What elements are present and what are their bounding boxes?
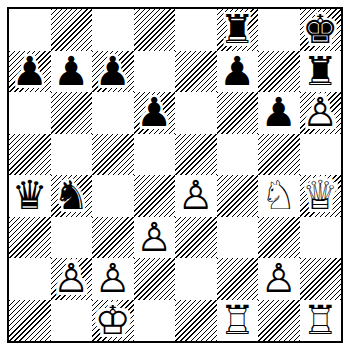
- piece-solid-layer: ♚: [300, 9, 342, 51]
- square-e6[interactable]: [175, 92, 217, 134]
- square-a2[interactable]: [9, 258, 51, 300]
- piece-solid-layer: ♟: [92, 51, 134, 93]
- square-b2[interactable]: ♟♙: [51, 258, 93, 300]
- piece-outline-layer: ♖: [217, 300, 259, 342]
- square-h8[interactable]: ♚: [300, 9, 342, 51]
- square-a3[interactable]: [9, 217, 51, 259]
- square-c6[interactable]: [92, 92, 134, 134]
- black-rook-icon: ♜: [300, 51, 342, 93]
- square-e4[interactable]: ♟♙: [175, 175, 217, 217]
- square-f6[interactable]: [217, 92, 259, 134]
- square-b1[interactable]: [51, 300, 93, 342]
- piece-outline-layer: ♕: [300, 175, 342, 217]
- square-f2[interactable]: [217, 258, 259, 300]
- white-pawn-icon: ♟♙: [258, 258, 300, 300]
- black-knight-icon: ♞: [51, 175, 93, 217]
- square-b5[interactable]: [51, 134, 93, 176]
- square-g2[interactable]: ♟♙: [258, 258, 300, 300]
- black-pawn-icon: ♟: [92, 51, 134, 93]
- white-knight-icon: ♞♘: [258, 175, 300, 217]
- white-pawn-icon: ♟♙: [51, 258, 93, 300]
- square-f3[interactable]: [217, 217, 259, 259]
- white-queen-icon: ♛♕: [300, 175, 342, 217]
- square-h1[interactable]: ♜♖: [300, 300, 342, 342]
- square-d4[interactable]: [134, 175, 176, 217]
- square-d6[interactable]: ♟: [134, 92, 176, 134]
- square-b6[interactable]: [51, 92, 93, 134]
- square-b7[interactable]: ♟: [51, 51, 93, 93]
- piece-solid-layer: ♟: [258, 92, 300, 134]
- square-c5[interactable]: [92, 134, 134, 176]
- square-g5[interactable]: [258, 134, 300, 176]
- black-pawn-icon: ♟: [9, 51, 51, 93]
- piece-solid-layer: ♟: [217, 51, 259, 93]
- square-e5[interactable]: [175, 134, 217, 176]
- square-a8[interactable]: [9, 9, 51, 51]
- piece-outline-layer: ♙: [92, 258, 134, 300]
- square-d7[interactable]: [134, 51, 176, 93]
- square-a6[interactable]: [9, 92, 51, 134]
- square-g6[interactable]: ♟: [258, 92, 300, 134]
- square-d5[interactable]: [134, 134, 176, 176]
- black-rook-icon: ♜: [217, 9, 259, 51]
- piece-solid-layer: ♟: [51, 51, 93, 93]
- white-pawn-icon: ♟♙: [175, 175, 217, 217]
- square-d8[interactable]: [134, 9, 176, 51]
- square-a5[interactable]: [9, 134, 51, 176]
- piece-outline-layer: ♙: [300, 92, 342, 134]
- piece-solid-layer: ♞: [51, 175, 93, 217]
- piece-outline-layer: ♙: [175, 175, 217, 217]
- chess-diagram-page: ♜♚♟♟♟♟♜♟♟♟♙♛♞♟♙♞♘♛♕♟♙♟♙♟♙♟♙♚♔♜♖♜♖: [0, 0, 350, 350]
- white-pawn-icon: ♟♙: [134, 217, 176, 259]
- square-f7[interactable]: ♟: [217, 51, 259, 93]
- black-pawn-icon: ♟: [217, 51, 259, 93]
- square-f1[interactable]: ♜♖: [217, 300, 259, 342]
- square-c4[interactable]: [92, 175, 134, 217]
- piece-solid-layer: ♜: [217, 9, 259, 51]
- square-h4[interactable]: ♛♕: [300, 175, 342, 217]
- board-frame: ♜♚♟♟♟♟♜♟♟♟♙♛♞♟♙♞♘♛♕♟♙♟♙♟♙♟♙♚♔♜♖♜♖: [7, 7, 343, 343]
- piece-outline-layer: ♙: [134, 217, 176, 259]
- square-g3[interactable]: [258, 217, 300, 259]
- square-b4[interactable]: ♞: [51, 175, 93, 217]
- piece-outline-layer: ♔: [92, 300, 134, 342]
- square-e1[interactable]: [175, 300, 217, 342]
- square-f5[interactable]: [217, 134, 259, 176]
- square-a7[interactable]: ♟: [9, 51, 51, 93]
- square-c2[interactable]: ♟♙: [92, 258, 134, 300]
- square-f4[interactable]: [217, 175, 259, 217]
- white-king-icon: ♚♔: [92, 300, 134, 342]
- piece-outline-layer: ♙: [51, 258, 93, 300]
- square-g1[interactable]: [258, 300, 300, 342]
- square-g4[interactable]: ♞♘: [258, 175, 300, 217]
- piece-solid-layer: ♟: [9, 51, 51, 93]
- square-e2[interactable]: [175, 258, 217, 300]
- piece-solid-layer: ♛: [9, 175, 51, 217]
- black-queen-icon: ♛: [9, 175, 51, 217]
- square-h5[interactable]: [300, 134, 342, 176]
- square-c7[interactable]: ♟: [92, 51, 134, 93]
- black-king-icon: ♚: [300, 9, 342, 51]
- piece-solid-layer: ♜: [300, 51, 342, 93]
- square-c1[interactable]: ♚♔: [92, 300, 134, 342]
- white-pawn-icon: ♟♙: [300, 92, 342, 134]
- square-h2[interactable]: [300, 258, 342, 300]
- square-a4[interactable]: ♛: [9, 175, 51, 217]
- square-g7[interactable]: [258, 51, 300, 93]
- piece-outline-layer: ♘: [258, 175, 300, 217]
- square-c8[interactable]: [92, 9, 134, 51]
- square-e8[interactable]: [175, 9, 217, 51]
- square-g8[interactable]: [258, 9, 300, 51]
- square-c3[interactable]: [92, 217, 134, 259]
- square-e3[interactable]: [175, 217, 217, 259]
- black-pawn-icon: ♟: [51, 51, 93, 93]
- black-pawn-icon: ♟: [134, 92, 176, 134]
- square-h6[interactable]: ♟♙: [300, 92, 342, 134]
- white-rook-icon: ♜♖: [217, 300, 259, 342]
- piece-outline-layer: ♖: [300, 300, 342, 342]
- piece-solid-layer: ♟: [134, 92, 176, 134]
- piece-outline-layer: ♙: [258, 258, 300, 300]
- square-d2[interactable]: [134, 258, 176, 300]
- chess-board: ♜♚♟♟♟♟♜♟♟♟♙♛♞♟♙♞♘♛♕♟♙♟♙♟♙♟♙♚♔♜♖♜♖: [9, 9, 341, 341]
- square-b8[interactable]: [51, 9, 93, 51]
- square-f8[interactable]: ♜: [217, 9, 259, 51]
- square-h3[interactable]: [300, 217, 342, 259]
- square-a1[interactable]: [9, 300, 51, 342]
- square-e7[interactable]: [175, 51, 217, 93]
- square-d1[interactable]: [134, 300, 176, 342]
- white-pawn-icon: ♟♙: [92, 258, 134, 300]
- white-rook-icon: ♜♖: [300, 300, 342, 342]
- square-d3[interactable]: ♟♙: [134, 217, 176, 259]
- black-pawn-icon: ♟: [258, 92, 300, 134]
- square-h7[interactable]: ♜: [300, 51, 342, 93]
- square-b3[interactable]: [51, 217, 93, 259]
